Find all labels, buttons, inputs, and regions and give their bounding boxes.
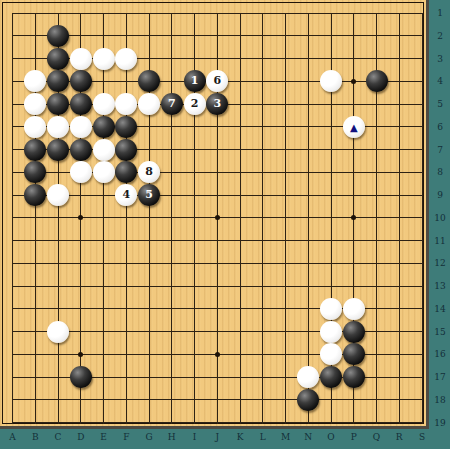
move-number-label: 4	[115, 184, 137, 206]
move-number-label: 6	[206, 70, 228, 92]
row-label: 13	[432, 281, 448, 291]
black-stone[interactable]	[47, 93, 69, 115]
row-label: 5	[432, 99, 448, 109]
row-label: 9	[432, 190, 448, 200]
black-stone[interactable]	[70, 70, 92, 92]
row-label: 15	[432, 327, 448, 337]
white-stone[interactable]	[70, 116, 92, 138]
row-label: 17	[432, 372, 448, 382]
white-stone[interactable]	[93, 139, 115, 161]
black-stone[interactable]	[70, 93, 92, 115]
column-label: L	[255, 432, 271, 442]
column-label: P	[346, 432, 362, 442]
column-label: Q	[369, 432, 385, 442]
star-point	[215, 215, 220, 220]
column-label: I	[187, 432, 203, 442]
column-label: E	[96, 432, 112, 442]
move-number-label: 1	[184, 70, 206, 92]
black-stone[interactable]	[93, 116, 115, 138]
white-stone[interactable]	[115, 48, 137, 70]
triangle-mark-icon: ▲	[343, 116, 365, 138]
grid-line-vertical	[126, 13, 127, 424]
white-stone[interactable]	[70, 48, 92, 70]
star-point	[215, 352, 220, 357]
grid-line-horizontal	[13, 422, 424, 423]
row-label: 19	[432, 418, 448, 428]
move-number-label: 2	[184, 93, 206, 115]
white-stone[interactable]	[24, 116, 46, 138]
go-diagram-screen: 12345678▲ ABCDEFGHIJKLMNOPQRS12345678910…	[0, 0, 450, 449]
black-stone[interactable]	[24, 139, 46, 161]
row-label: 8	[432, 167, 448, 177]
row-label: 10	[432, 213, 448, 223]
grid-line-vertical	[422, 13, 423, 424]
star-point	[78, 352, 83, 357]
row-label: 1	[432, 8, 448, 18]
grid-line-horizontal	[13, 286, 424, 287]
white-stone[interactable]	[320, 298, 342, 320]
grid-line-horizontal	[13, 240, 424, 241]
column-label: M	[278, 432, 294, 442]
white-stone[interactable]	[47, 184, 69, 206]
row-label: 6	[432, 122, 448, 132]
row-label: 14	[432, 304, 448, 314]
column-label: R	[391, 432, 407, 442]
column-label: G	[141, 432, 157, 442]
move-number-label: 7	[161, 93, 183, 115]
column-label: S	[414, 432, 430, 442]
move-number-label: 8	[138, 161, 160, 183]
black-stone[interactable]	[115, 139, 137, 161]
star-point	[351, 79, 356, 84]
grid-line-vertical	[12, 13, 13, 424]
white-stone[interactable]	[47, 116, 69, 138]
row-label: 3	[432, 54, 448, 64]
black-stone[interactable]	[343, 343, 365, 365]
row-label: 2	[432, 31, 448, 41]
black-stone[interactable]	[70, 366, 92, 388]
column-label: O	[323, 432, 339, 442]
white-stone[interactable]	[343, 298, 365, 320]
grid-line-vertical	[240, 13, 241, 424]
column-label: A	[5, 432, 21, 442]
column-label: F	[118, 432, 134, 442]
white-stone[interactable]	[93, 93, 115, 115]
column-label: H	[164, 432, 180, 442]
grid-line-vertical	[171, 13, 172, 424]
grid-line-vertical	[308, 13, 309, 424]
column-label: N	[300, 432, 316, 442]
grid-line-vertical	[399, 13, 400, 424]
column-label: J	[209, 432, 225, 442]
column-label: B	[27, 432, 43, 442]
black-stone[interactable]	[47, 25, 69, 47]
black-stone[interactable]	[366, 70, 388, 92]
row-label: 18	[432, 395, 448, 405]
move-number-label: 5	[138, 184, 160, 206]
grid-line-horizontal	[13, 263, 424, 264]
white-stone[interactable]	[47, 321, 69, 343]
white-stone[interactable]	[93, 48, 115, 70]
row-label: 4	[432, 76, 448, 86]
column-label: K	[232, 432, 248, 442]
grid-line-horizontal	[13, 399, 424, 400]
black-stone[interactable]	[343, 366, 365, 388]
black-stone[interactable]	[47, 139, 69, 161]
row-label: 16	[432, 349, 448, 359]
white-stone[interactable]	[93, 161, 115, 183]
grid-line-horizontal	[13, 35, 424, 36]
black-stone[interactable]	[115, 116, 137, 138]
black-stone[interactable]	[320, 366, 342, 388]
row-label: 7	[432, 145, 448, 155]
white-stone[interactable]	[320, 321, 342, 343]
grid-line-horizontal	[13, 13, 424, 14]
white-stone[interactable]	[138, 93, 160, 115]
grid-line-vertical	[103, 13, 104, 424]
white-stone[interactable]	[70, 161, 92, 183]
black-stone[interactable]	[343, 321, 365, 343]
grid-line-vertical	[285, 13, 286, 424]
black-stone[interactable]	[297, 389, 319, 411]
grid-line-vertical	[262, 13, 263, 424]
grid-line-horizontal	[13, 195, 424, 196]
column-label: D	[73, 432, 89, 442]
row-label: 11	[432, 236, 448, 246]
black-stone[interactable]	[70, 139, 92, 161]
row-label: 12	[432, 258, 448, 268]
column-label: C	[50, 432, 66, 442]
move-number-label: 3	[206, 93, 228, 115]
black-stone[interactable]	[47, 48, 69, 70]
